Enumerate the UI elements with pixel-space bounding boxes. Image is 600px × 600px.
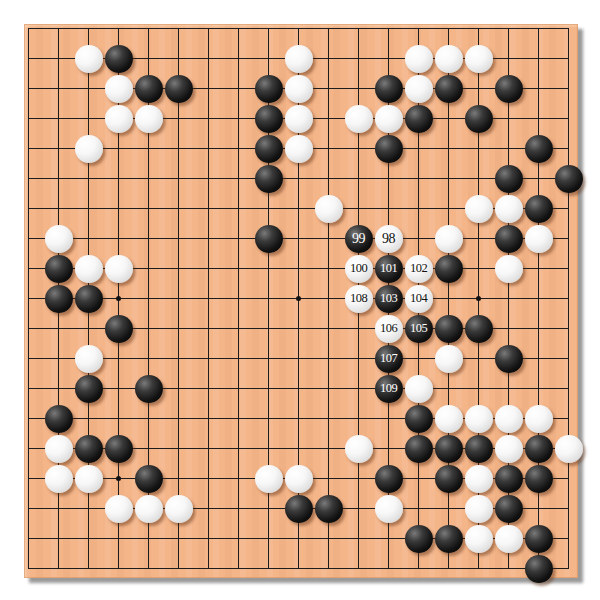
stone-white xyxy=(285,45,313,73)
grid-line-horizontal xyxy=(28,358,569,359)
stone-white xyxy=(375,105,403,133)
stone-white xyxy=(465,495,493,523)
stone-white xyxy=(315,195,343,223)
stone-black xyxy=(525,195,553,223)
move-number-label: 100 xyxy=(350,262,367,275)
stone-white xyxy=(255,465,283,493)
stone-black xyxy=(525,465,553,493)
stone-white xyxy=(405,45,433,73)
stone-white xyxy=(525,405,553,433)
stone-black xyxy=(555,165,583,193)
stone-black xyxy=(495,465,523,493)
stone-white xyxy=(495,405,523,433)
stone-black xyxy=(435,315,463,343)
stone-white xyxy=(345,105,373,133)
stone-black xyxy=(315,495,343,523)
move-number-label: 106 xyxy=(380,322,397,335)
stone-white xyxy=(435,345,463,373)
stone-black xyxy=(435,75,463,103)
stone-black xyxy=(435,435,463,463)
stone-white xyxy=(45,435,73,463)
stone-white xyxy=(495,525,523,553)
stone-black xyxy=(525,525,553,553)
stone-white xyxy=(135,495,163,523)
stone-black xyxy=(405,435,433,463)
stone-white xyxy=(555,435,583,463)
grid-line-horizontal xyxy=(28,388,569,389)
stone-black xyxy=(285,495,313,523)
stone-black xyxy=(435,255,463,283)
stone-black xyxy=(45,285,73,313)
stone-black: 105 xyxy=(405,315,433,343)
stone-black xyxy=(495,345,523,373)
stone-black xyxy=(435,525,463,553)
move-number-label: 98 xyxy=(382,232,395,246)
stone-black xyxy=(525,435,553,463)
move-number-label: 101 xyxy=(380,262,397,275)
stone-black xyxy=(255,165,283,193)
stone-black xyxy=(135,465,163,493)
stone-black xyxy=(45,255,73,283)
stone-white: 98 xyxy=(375,225,403,253)
stone-white xyxy=(105,255,133,283)
stone-black xyxy=(405,525,433,553)
move-number-label: 102 xyxy=(410,262,427,275)
move-number-label: 104 xyxy=(410,292,427,305)
stone-white xyxy=(495,435,523,463)
stone-black xyxy=(375,75,403,103)
stone-black xyxy=(45,405,73,433)
stone-white xyxy=(375,495,403,523)
stone-black: 109 xyxy=(375,375,403,403)
stone-black xyxy=(165,75,193,103)
stone-white xyxy=(105,105,133,133)
stone-white xyxy=(465,45,493,73)
stone-black xyxy=(75,375,103,403)
stone-white xyxy=(465,405,493,433)
stone-black xyxy=(465,105,493,133)
stone-white xyxy=(285,75,313,103)
star-point xyxy=(296,296,301,301)
stone-white xyxy=(75,345,103,373)
stone-black xyxy=(465,315,493,343)
star-point xyxy=(116,296,121,301)
move-number-label: 107 xyxy=(380,352,397,365)
stone-black xyxy=(105,315,133,343)
stone-black xyxy=(135,75,163,103)
page: { "game": "go", "description": "19x19 Go… xyxy=(0,0,600,600)
stone-black xyxy=(255,105,283,133)
stone-black xyxy=(405,405,433,433)
grid-line-vertical xyxy=(328,28,329,569)
stone-white xyxy=(45,225,73,253)
stone-white xyxy=(45,465,73,493)
stone-white xyxy=(105,75,133,103)
move-number-label: 109 xyxy=(380,382,397,395)
stone-white xyxy=(435,45,463,73)
stone-white xyxy=(465,525,493,553)
go-board[interactable]: 9998100101102108103104106105107109 xyxy=(24,24,578,578)
stone-white xyxy=(345,435,373,463)
stone-black: 101 xyxy=(375,255,403,283)
stone-white xyxy=(495,195,523,223)
stone-white xyxy=(405,75,433,103)
stone-black xyxy=(405,105,433,133)
stone-white xyxy=(525,225,553,253)
move-number-label: 103 xyxy=(380,292,397,305)
stone-white: 106 xyxy=(375,315,403,343)
stone-white xyxy=(285,465,313,493)
stone-black xyxy=(255,75,283,103)
stone-black xyxy=(495,75,523,103)
stone-black xyxy=(255,225,283,253)
stone-black: 99 xyxy=(345,225,373,253)
stone-white xyxy=(465,195,493,223)
move-number-label: 105 xyxy=(410,322,427,335)
stone-black xyxy=(255,135,283,163)
move-number-label: 108 xyxy=(350,292,367,305)
star-point xyxy=(116,476,121,481)
stone-black xyxy=(525,135,553,163)
stone-black xyxy=(495,165,523,193)
stone-white xyxy=(75,135,103,163)
stone-black: 103 xyxy=(375,285,403,313)
stone-white xyxy=(75,255,103,283)
grid-line-horizontal xyxy=(28,568,569,569)
stone-white xyxy=(405,375,433,403)
stone-black xyxy=(435,465,463,493)
stone-black xyxy=(105,45,133,73)
stone-white: 108 xyxy=(345,285,373,313)
stone-white xyxy=(435,405,463,433)
stone-white xyxy=(105,495,133,523)
stone-white xyxy=(285,135,313,163)
stone-black xyxy=(135,375,163,403)
stone-white xyxy=(75,465,103,493)
stone-black xyxy=(465,435,493,463)
stone-white xyxy=(435,225,463,253)
stone-black xyxy=(105,435,133,463)
stone-black: 107 xyxy=(375,345,403,373)
stone-black xyxy=(75,285,103,313)
grid-line-vertical xyxy=(568,28,569,569)
stone-white xyxy=(135,105,163,133)
stone-white xyxy=(165,495,193,523)
stone-white xyxy=(75,45,103,73)
stone-black xyxy=(495,495,523,523)
stone-white xyxy=(495,255,523,283)
star-point xyxy=(476,296,481,301)
stone-black xyxy=(495,225,523,253)
stone-black xyxy=(75,435,103,463)
stone-black xyxy=(375,135,403,163)
stone-white xyxy=(285,105,313,133)
stone-black xyxy=(375,465,403,493)
stone-black xyxy=(525,555,553,583)
move-number-label: 99 xyxy=(352,232,365,246)
stone-white: 102 xyxy=(405,255,433,283)
stone-white: 104 xyxy=(405,285,433,313)
stone-white: 100 xyxy=(345,255,373,283)
stone-white xyxy=(465,465,493,493)
